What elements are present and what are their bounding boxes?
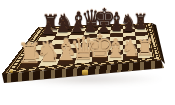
- piece-white-rook-a1[interactable]: ♜: [17, 40, 42, 68]
- brass-clasp: [82, 70, 88, 75]
- brass-hinge-pin: [10, 70, 13, 73]
- chess-set-photo: ♜♞♝♛♚♝♞♜♟♟♟♟♟♟♟♟♟♟♟♟♟♟♟♟♜♞♝♛♚♝♞♜: [0, 0, 175, 105]
- pieces-layer: ♜♞♝♛♚♝♞♜♟♟♟♟♟♟♟♟♟♟♟♟♟♟♟♟♜♞♝♛♚♝♞♜: [0, 0, 175, 105]
- piece-black-pawn-h7[interactable]: ♟: [135, 19, 146, 32]
- piece-black-pawn-g7[interactable]: ♟: [123, 20, 135, 33]
